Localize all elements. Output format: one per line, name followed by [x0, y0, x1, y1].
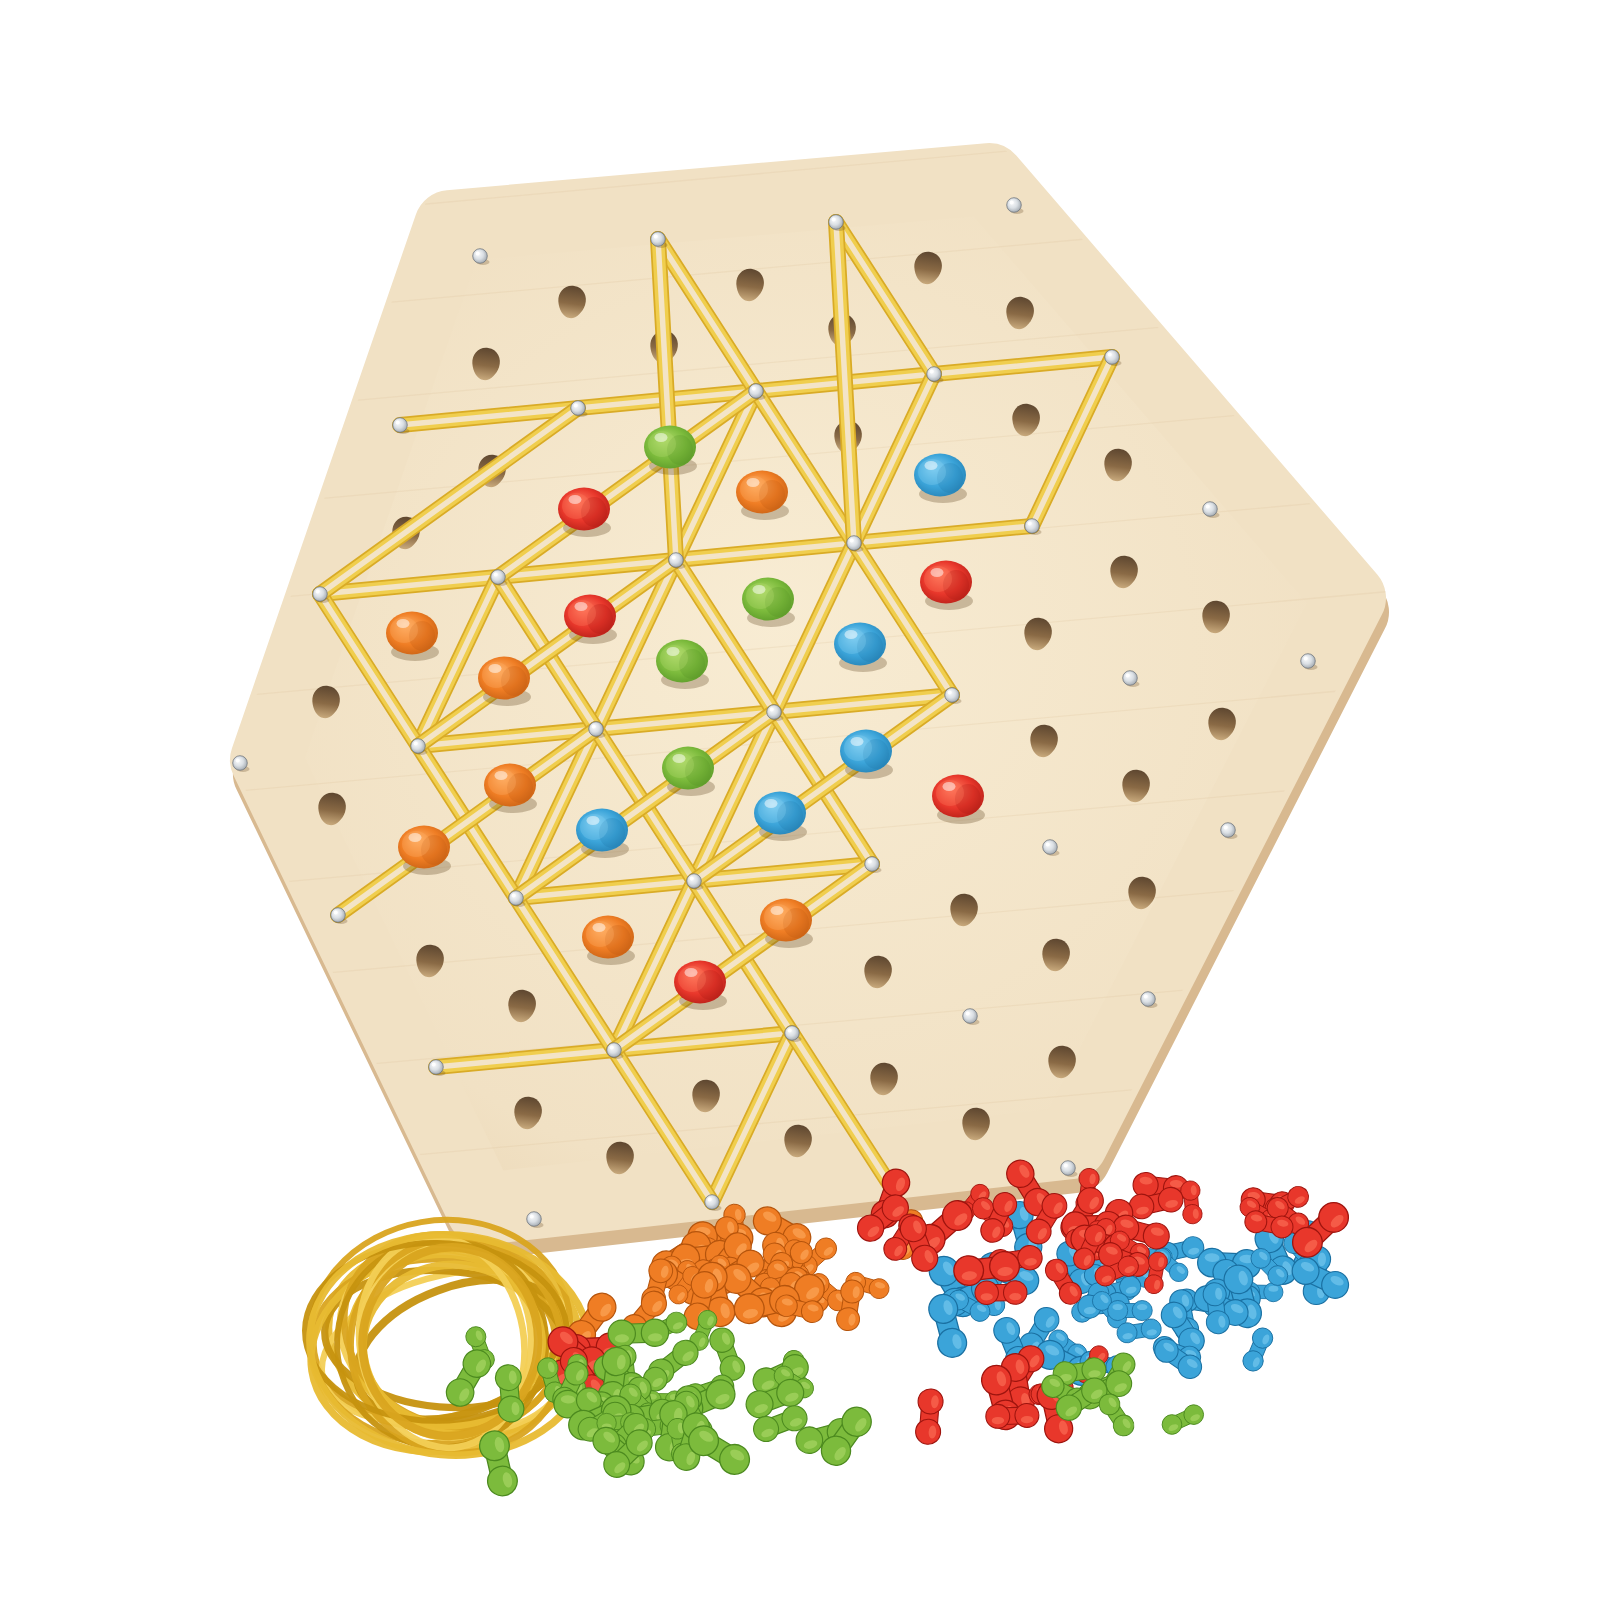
peg-orange[interactable] — [398, 826, 451, 876]
peg-orange[interactable] — [484, 764, 537, 814]
product-photo-stage — [0, 0, 1600, 1600]
peg-red[interactable] — [920, 561, 973, 611]
peg-orange[interactable] — [582, 916, 635, 966]
peg-green[interactable] — [662, 747, 715, 797]
tray-peg-red[interactable] — [975, 1281, 1027, 1305]
peg-red[interactable] — [558, 488, 611, 538]
peg-orange[interactable] — [736, 471, 789, 521]
peg-green[interactable] — [656, 640, 709, 690]
tray-peg-red[interactable] — [1180, 1180, 1203, 1225]
peg-red[interactable] — [932, 775, 985, 825]
peg-orange[interactable] — [478, 657, 531, 707]
tray-peg-blue[interactable] — [1108, 1300, 1153, 1320]
peg-blue[interactable] — [840, 730, 893, 780]
tray-peg-green[interactable] — [1095, 1390, 1138, 1440]
geoboard-scene — [0, 0, 1600, 1600]
peg-blue[interactable] — [576, 809, 629, 859]
tray-peg-green[interactable] — [706, 1324, 748, 1383]
tray-peg-green[interactable] — [683, 1420, 755, 1480]
peg-orange[interactable] — [760, 899, 813, 949]
peg-orange[interactable] — [386, 612, 439, 662]
tray-peg-green[interactable] — [441, 1345, 495, 1411]
peg-blue[interactable] — [914, 454, 967, 504]
tray-peg-green[interactable] — [1159, 1402, 1207, 1438]
peg-blue[interactable] — [834, 623, 887, 673]
tray-peg-red[interactable] — [915, 1388, 944, 1445]
peg-green[interactable] — [644, 426, 697, 476]
peg-blue[interactable] — [754, 792, 807, 842]
peg-red[interactable] — [564, 595, 617, 645]
tray-peg-blue[interactable] — [1240, 1325, 1276, 1374]
peg-red[interactable] — [674, 961, 727, 1011]
peg-green[interactable] — [742, 578, 795, 628]
